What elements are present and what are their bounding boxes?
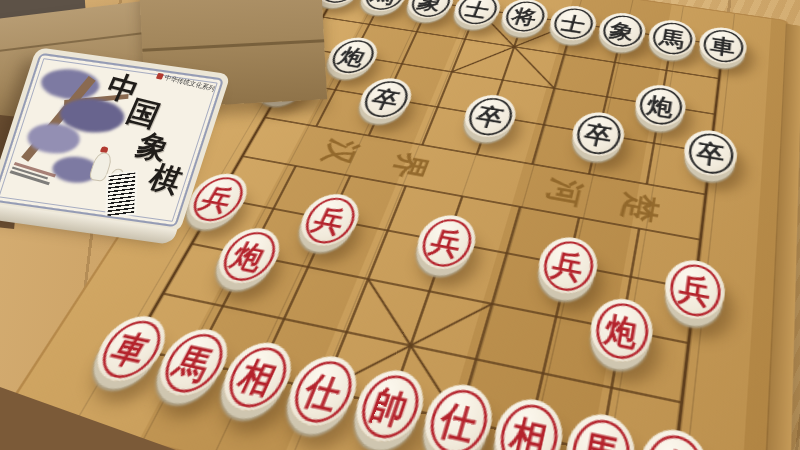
barcode	[105, 170, 137, 218]
piece-ring: 馬	[566, 414, 634, 450]
piece-ring: 兵	[666, 260, 722, 320]
piece-black-elephant[interactable]: 象	[595, 10, 648, 51]
piece-ring: 相	[493, 399, 563, 450]
piece-character: 兵	[677, 271, 712, 308]
piece-character: 卒	[473, 103, 506, 130]
piece-red-soldier[interactable]: 兵	[533, 233, 603, 299]
piece-character: 卒	[695, 139, 725, 168]
piece-ring: 炮	[591, 298, 651, 362]
piece-character: 相	[507, 413, 550, 450]
piece-character: 象	[415, 0, 445, 12]
piece-red-horse[interactable]: 馬	[560, 408, 640, 450]
piece-ring: 相	[219, 342, 296, 412]
piece-black-elephant[interactable]: 象	[401, 0, 458, 22]
piece-character: 馬	[579, 428, 621, 450]
piece-red-general[interactable]: 帥	[346, 365, 432, 449]
piece-ring: 炮	[325, 37, 379, 75]
piece-character: 炮	[603, 310, 641, 350]
piece-ring: 兵	[297, 194, 362, 247]
piece-character: 兵	[550, 247, 587, 283]
piece-ring: 車	[641, 429, 706, 450]
piece-black-chariot[interactable]: 車	[697, 25, 748, 68]
piece-ring: 象	[599, 13, 644, 49]
piece-red-elephant[interactable]: 相	[487, 393, 569, 450]
piece-black-cannon[interactable]: 炮	[632, 82, 689, 131]
piece-red-advisor[interactable]: 仕	[278, 351, 366, 433]
piece-character: 卒	[369, 86, 404, 112]
piece-ring: 馬	[650, 20, 694, 57]
piece-character: 車	[106, 328, 156, 369]
piece-character: 馬	[369, 0, 400, 5]
piece-character: 将	[510, 5, 539, 27]
piece-red-chariot[interactable]: 車	[635, 423, 712, 450]
piece-character: 炮	[336, 44, 370, 68]
piece-character: 車	[709, 34, 736, 57]
piece-ring: 帥	[352, 370, 425, 443]
piece-black-horse[interactable]: 馬	[355, 0, 413, 14]
piece-ring: 卒	[463, 95, 517, 138]
piece-character: 相	[234, 355, 282, 398]
piece-black-soldier[interactable]: 卒	[353, 75, 418, 123]
piece-black-advisor[interactable]: 士	[449, 0, 506, 29]
piece-ring: 将	[501, 0, 548, 34]
piece-character: 卒	[582, 120, 614, 148]
piece-ring: 炮	[214, 228, 284, 285]
piece-ring: 炮	[636, 85, 684, 127]
piece-character: 馬	[169, 341, 218, 383]
piece-ring: 卒	[686, 130, 735, 177]
piece-ring: 兵	[538, 237, 597, 295]
piece-character: 炮	[227, 238, 270, 273]
piece-black-advisor[interactable]: 士	[546, 3, 600, 44]
piece-character: 象	[608, 19, 636, 41]
piece-black-horse[interactable]: 馬	[646, 17, 698, 59]
piece-red-soldier[interactable]: 兵	[661, 256, 727, 325]
piece-black-soldier[interactable]: 卒	[568, 109, 628, 161]
piece-ring: 士	[550, 6, 596, 41]
piece-ring: 馬	[360, 0, 410, 12]
piece-red-soldier[interactable]: 兵	[291, 190, 367, 251]
piece-ring: 士	[453, 0, 501, 26]
piece-red-soldier[interactable]: 兵	[409, 211, 482, 275]
piece-character: 士	[559, 12, 588, 34]
piece-red-cannon[interactable]: 炮	[208, 224, 290, 289]
piece-black-soldier[interactable]: 卒	[681, 127, 739, 181]
piece-character: 仕	[436, 398, 480, 444]
piece-character: 炮	[645, 93, 675, 119]
piece-ring: 仕	[422, 384, 494, 450]
piece-character: 兵	[427, 225, 465, 259]
piece-character: 馬	[658, 27, 685, 50]
piece-black-general[interactable]: 将	[497, 0, 553, 36]
piece-ring: 卒	[358, 78, 414, 120]
piece-character: 仕	[299, 369, 346, 413]
piece-ring: 象	[406, 0, 455, 19]
piece-black-cannon[interactable]: 炮	[321, 35, 385, 79]
piece-red-advisor[interactable]: 仕	[415, 379, 499, 450]
piece-character: 帥	[367, 383, 413, 428]
piece-ring: 卒	[572, 112, 623, 157]
piece-ring: 車	[701, 27, 744, 64]
piece-black-soldier[interactable]: 卒	[458, 92, 521, 142]
piece-character: 兵	[197, 183, 239, 215]
piece-ring: 兵	[415, 215, 477, 270]
piece-character: 兵	[310, 203, 350, 236]
piece-red-cannon[interactable]: 炮	[585, 294, 656, 368]
piece-ring: 仕	[285, 356, 360, 427]
piece-character: 士	[462, 0, 492, 19]
piece-ring: 馬	[154, 329, 232, 397]
photo-scene: 汉 界 河 楚 車馬象士将士象馬車炮炮卒卒卒卒卒兵兵兵兵兵炮炮車馬相仕帥仕相馬車	[0, 0, 800, 450]
piece-character: 車	[654, 444, 695, 450]
